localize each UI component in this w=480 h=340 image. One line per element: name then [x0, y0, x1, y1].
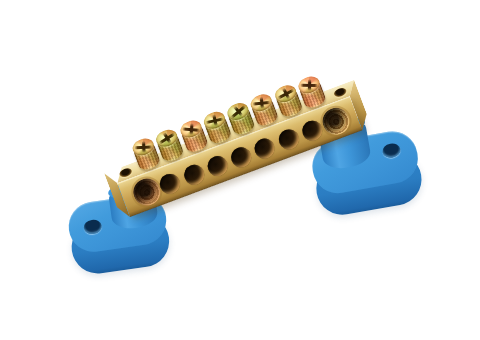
product-photo	[0, 0, 480, 340]
screw-cross-recess	[250, 94, 273, 112]
screw-cross-recess	[179, 120, 202, 138]
screw-cross-recess	[132, 138, 155, 155]
screw-cross-recess	[298, 77, 320, 94]
